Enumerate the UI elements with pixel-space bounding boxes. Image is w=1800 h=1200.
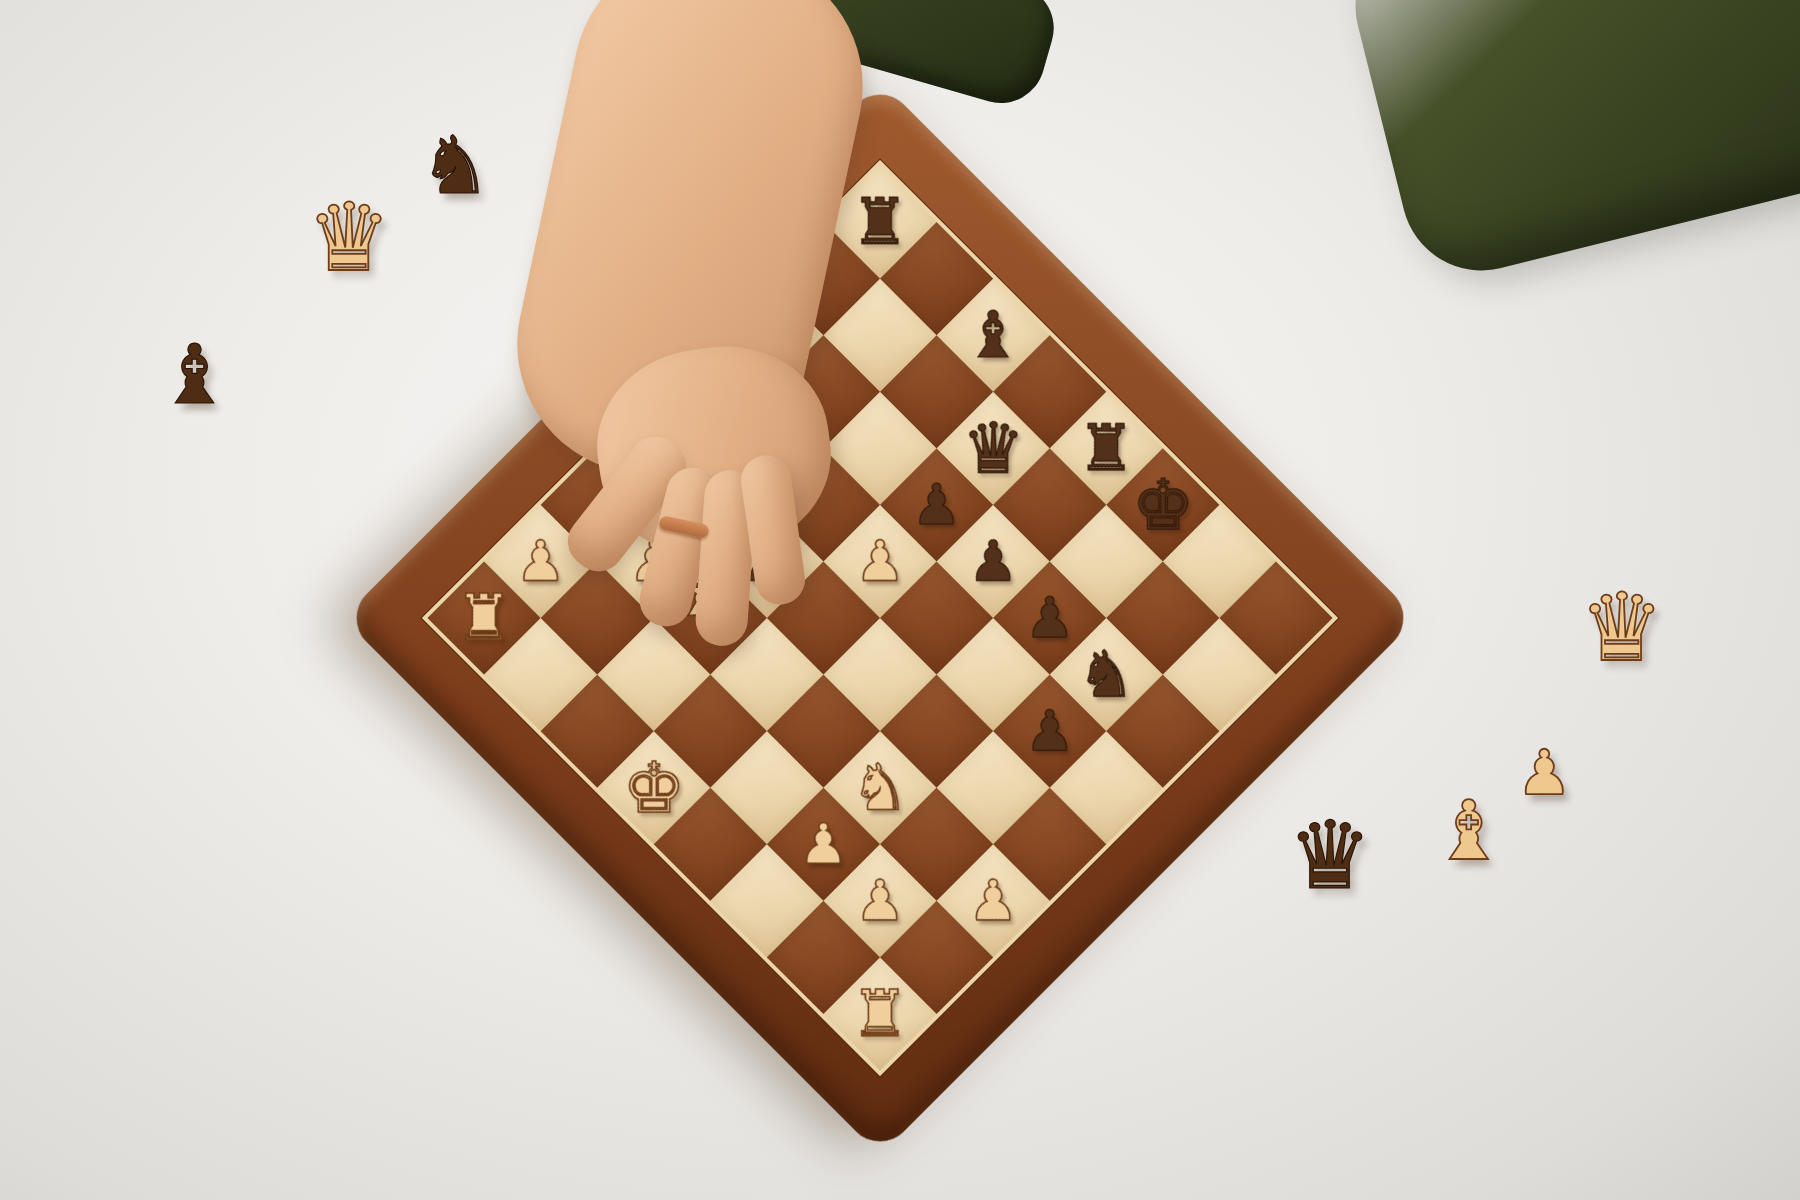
white-rook-h1[interactable]: ♜	[851, 974, 908, 1054]
black-bishop-c8[interactable]: ♝	[964, 295, 1021, 375]
white-pawn-g2[interactable]: ♟	[855, 861, 905, 941]
white-pawn-a2[interactable]: ♟	[515, 521, 565, 601]
black-knight-g6[interactable]: ♞	[1078, 635, 1135, 715]
black-queen-d7[interactable]: ♛	[962, 408, 1025, 488]
black-rook-e8[interactable]: ♜	[1078, 408, 1135, 488]
offboard-white-bishop[interactable]: ♝	[1432, 783, 1506, 878]
black-pawn-f6[interactable]: ♟	[1025, 578, 1075, 658]
white-pawn-d5[interactable]: ♟	[855, 521, 905, 601]
offboard-white-queen[interactable]: ♛	[307, 183, 391, 292]
white-rook-a1[interactable]: ♜	[455, 578, 512, 658]
player-jacket	[1339, 0, 1800, 287]
black-pawn-e6[interactable]: ♟	[968, 521, 1018, 601]
black-pawn-g5[interactable]: ♟	[1025, 691, 1075, 771]
offboard-black-bishop[interactable]: ♝	[158, 327, 232, 422]
black-king-f8[interactable]: ♚	[1131, 465, 1194, 545]
white-king-d1[interactable]: ♚	[622, 748, 685, 828]
white-knight-f3[interactable]: ♞	[851, 748, 908, 828]
offboard-black-knight[interactable]: ♞	[420, 119, 492, 212]
white-pawn-h3[interactable]: ♟	[968, 861, 1018, 941]
offboard-white-queen[interactable]: ♛	[1580, 573, 1664, 682]
black-rook-a8[interactable]: ♜	[851, 182, 908, 262]
offboard-white-pawn[interactable]: ♟	[1517, 736, 1573, 809]
white-pawn-f2[interactable]: ♟	[798, 804, 848, 884]
offboard-black-queen[interactable]: ♛	[1288, 801, 1372, 910]
black-pawn-d6[interactable]: ♟	[911, 465, 961, 545]
